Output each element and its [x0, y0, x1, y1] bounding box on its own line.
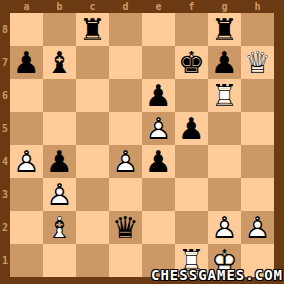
piece-white-pawn-b3-fill: ♟	[43, 178, 76, 211]
square-h2[interactable]: ♟♙	[241, 211, 274, 244]
square-b3[interactable]: ♟♙	[43, 178, 76, 211]
square-c8[interactable]: ♜	[76, 13, 109, 46]
board-grid: ♜♜♟♝♚♟♛♕♟♜♖♟♙♟♟♙♟♟♙♟♟♙♝♗♛♟♙♟♙♜♖♚♔	[10, 13, 274, 277]
square-g5[interactable]	[208, 112, 241, 145]
square-f6[interactable]	[175, 79, 208, 112]
square-d4[interactable]: ♟♙	[109, 145, 142, 178]
square-a8[interactable]	[10, 13, 43, 46]
square-a4[interactable]: ♟♙	[10, 145, 43, 178]
piece-white-pawn-h2-fill: ♟	[241, 211, 274, 244]
piece-black-bishop-b7: ♝	[43, 46, 76, 79]
piece-black-king-f7: ♚	[175, 46, 208, 79]
rank-labels: 8 7 6 5 4 3 2 1	[0, 13, 10, 277]
file-label-d: d	[109, 0, 142, 13]
square-b2[interactable]: ♝♗	[43, 211, 76, 244]
rank-label-4: 4	[0, 145, 10, 178]
piece-black-queen-d2: ♛	[109, 211, 142, 244]
square-g7[interactable]: ♟	[208, 46, 241, 79]
square-f2[interactable]	[175, 211, 208, 244]
square-g4[interactable]	[208, 145, 241, 178]
square-d5[interactable]	[109, 112, 142, 145]
piece-black-rook-g8: ♜	[208, 13, 241, 46]
piece-white-pawn-g2-fill: ♟	[208, 211, 241, 244]
square-d8[interactable]	[109, 13, 142, 46]
piece-white-pawn-e5: ♙	[142, 112, 175, 145]
piece-white-rook-g6-fill: ♜	[208, 79, 241, 112]
rank-label-6: 6	[0, 79, 10, 112]
square-b7[interactable]: ♝	[43, 46, 76, 79]
square-f7[interactable]: ♚	[175, 46, 208, 79]
piece-black-rook-c8: ♜	[76, 13, 109, 46]
square-d2[interactable]: ♛	[109, 211, 142, 244]
rank-label-8: 8	[0, 13, 10, 46]
piece-white-pawn-d4-fill: ♟	[109, 145, 142, 178]
square-c2[interactable]	[76, 211, 109, 244]
square-c4[interactable]	[76, 145, 109, 178]
square-f8[interactable]	[175, 13, 208, 46]
piece-white-pawn-d4: ♙	[109, 145, 142, 178]
square-e5[interactable]: ♟♙	[142, 112, 175, 145]
square-d6[interactable]	[109, 79, 142, 112]
square-h3[interactable]	[241, 178, 274, 211]
square-a3[interactable]	[10, 178, 43, 211]
piece-white-pawn-e5-fill: ♟	[142, 112, 175, 145]
file-labels: a b c d e f g h	[10, 0, 274, 13]
square-f3[interactable]	[175, 178, 208, 211]
square-a2[interactable]	[10, 211, 43, 244]
square-h6[interactable]	[241, 79, 274, 112]
file-label-f: f	[175, 0, 208, 13]
piece-black-pawn-e6: ♟	[142, 79, 175, 112]
square-c5[interactable]	[76, 112, 109, 145]
square-f5[interactable]: ♟	[175, 112, 208, 145]
file-label-b: b	[43, 0, 76, 13]
rank-label-1: 1	[0, 244, 10, 277]
piece-black-pawn-b4: ♟	[43, 145, 76, 178]
square-g8[interactable]: ♜	[208, 13, 241, 46]
rank-label-5: 5	[0, 112, 10, 145]
square-b5[interactable]	[43, 112, 76, 145]
square-e3[interactable]	[142, 178, 175, 211]
square-c1[interactable]	[76, 244, 109, 277]
square-d3[interactable]	[109, 178, 142, 211]
file-label-a: a	[10, 0, 43, 13]
square-g2[interactable]: ♟♙	[208, 211, 241, 244]
watermark-chessgames: CHESSGAMES.COM	[151, 267, 283, 283]
square-d1[interactable]	[109, 244, 142, 277]
square-g3[interactable]	[208, 178, 241, 211]
piece-white-pawn-a4-fill: ♟	[10, 145, 43, 178]
piece-white-pawn-b3: ♙	[43, 178, 76, 211]
square-h5[interactable]	[241, 112, 274, 145]
square-e2[interactable]	[142, 211, 175, 244]
square-h4[interactable]	[241, 145, 274, 178]
piece-black-pawn-a7: ♟	[10, 46, 43, 79]
square-e8[interactable]	[142, 13, 175, 46]
rank-label-7: 7	[0, 46, 10, 79]
square-h8[interactable]	[241, 13, 274, 46]
square-d7[interactable]	[109, 46, 142, 79]
chess-board-diagram: a b c d e f g h 8 7 6 5 4 3 2 1 ♜♜♟♝♚♟♛♕…	[0, 0, 284, 284]
piece-white-pawn-h2: ♙	[241, 211, 274, 244]
file-label-e: e	[142, 0, 175, 13]
file-label-g: g	[208, 0, 241, 13]
square-e4[interactable]: ♟	[142, 145, 175, 178]
piece-white-rook-g6: ♖	[208, 79, 241, 112]
square-a7[interactable]: ♟	[10, 46, 43, 79]
piece-black-pawn-f5: ♟	[175, 112, 208, 145]
square-c6[interactable]	[76, 79, 109, 112]
square-f4[interactable]	[175, 145, 208, 178]
file-label-c: c	[76, 0, 109, 13]
rank-label-2: 2	[0, 211, 10, 244]
piece-black-pawn-g7: ♟	[208, 46, 241, 79]
square-a5[interactable]	[10, 112, 43, 145]
square-b4[interactable]: ♟	[43, 145, 76, 178]
piece-white-bishop-b2-fill: ♝	[43, 211, 76, 244]
square-a1[interactable]	[10, 244, 43, 277]
square-h7[interactable]: ♛♕	[241, 46, 274, 79]
file-label-h: h	[241, 0, 274, 13]
square-b6[interactable]	[43, 79, 76, 112]
rank-label-3: 3	[0, 178, 10, 211]
square-g6[interactable]: ♜♖	[208, 79, 241, 112]
square-b1[interactable]	[43, 244, 76, 277]
square-e6[interactable]: ♟	[142, 79, 175, 112]
square-e7[interactable]	[142, 46, 175, 79]
piece-white-pawn-a4: ♙	[10, 145, 43, 178]
square-c7[interactable]	[76, 46, 109, 79]
square-b8[interactable]	[43, 13, 76, 46]
square-c3[interactable]	[76, 178, 109, 211]
piece-white-queen-h7: ♕	[241, 46, 274, 79]
piece-white-queen-h7-fill: ♛	[241, 46, 274, 79]
piece-black-pawn-e4: ♟	[142, 145, 175, 178]
piece-white-pawn-g2: ♙	[208, 211, 241, 244]
piece-white-bishop-b2: ♗	[43, 211, 76, 244]
square-a6[interactable]	[10, 79, 43, 112]
